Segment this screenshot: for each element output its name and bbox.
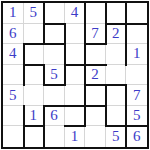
cell-r4c3[interactable]: 5 [44,65,65,86]
cell-r4c4[interactable] [65,65,86,86]
cell-r6c5[interactable] [85,106,106,127]
cell-r4c1[interactable] [3,65,24,86]
cell-r7c6[interactable]: 5 [106,126,127,147]
cell-r3c1[interactable]: 4 [3,44,24,65]
cell-r6c4[interactable] [65,106,86,127]
cell-r7c2[interactable] [24,126,45,147]
cell-r5c6[interactable] [106,85,127,106]
cell-r5c1[interactable]: 5 [3,85,24,106]
puzzle-screen: 154672415257165156 [0,0,150,150]
cell-r2c5[interactable]: 7 [85,24,106,45]
cell-r3c5[interactable] [85,44,106,65]
cell-r2c7[interactable] [126,24,147,45]
cell-r3c4[interactable] [65,44,86,65]
cell-r6c1[interactable] [3,106,24,127]
cell-r5c5[interactable] [85,85,106,106]
cell-r1c1[interactable]: 1 [3,3,24,24]
cell-r1c2[interactable]: 5 [24,3,45,24]
cell-r1c3[interactable] [44,3,65,24]
cell-r1c5[interactable] [85,3,106,24]
cell-r2c2[interactable] [24,24,45,45]
cell-r5c2[interactable] [24,85,45,106]
cell-r7c7[interactable]: 6 [126,126,147,147]
cell-r7c3[interactable] [44,126,65,147]
cell-r5c4[interactable] [65,85,86,106]
cell-r3c3[interactable] [44,44,65,65]
cell-r3c2[interactable] [24,44,45,65]
cell-r7c1[interactable] [3,126,24,147]
cell-r6c7[interactable]: 5 [126,106,147,127]
cell-r4c6[interactable] [106,65,127,86]
cell-r6c2[interactable]: 1 [24,106,45,127]
cell-r2c4[interactable] [65,24,86,45]
cell-r1c4[interactable]: 4 [65,3,86,24]
cell-r5c3[interactable] [44,85,65,106]
cell-r7c5[interactable] [85,126,106,147]
cell-r4c2[interactable] [24,65,45,86]
cell-r2c1[interactable]: 6 [3,24,24,45]
cell-r3c7[interactable]: 1 [126,44,147,65]
cell-r6c6[interactable] [106,106,127,127]
cell-r4c7[interactable] [126,65,147,86]
cell-r4c5[interactable]: 2 [85,65,106,86]
cell-r5c7[interactable]: 7 [126,85,147,106]
cell-r2c3[interactable] [44,24,65,45]
cell-r1c6[interactable] [106,3,127,24]
cell-r7c4[interactable]: 1 [65,126,86,147]
cell-grid: 154672415257165156 [3,3,147,147]
puzzle-board: 154672415257165156 [1,1,149,149]
cell-r1c7[interactable] [126,3,147,24]
cell-r6c3[interactable]: 6 [44,106,65,127]
cell-r2c6[interactable]: 2 [106,24,127,45]
cell-r3c6[interactable] [106,44,127,65]
